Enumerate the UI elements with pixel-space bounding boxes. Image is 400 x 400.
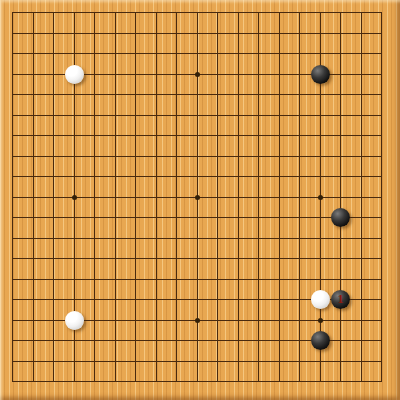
star-point [64,187,85,208]
star-point-dot [72,195,77,200]
white-stone [65,311,84,330]
star-point-dot [318,318,323,323]
intersection-Q16 [310,64,331,85]
intersection-R9 [330,207,351,228]
intersection-D4 [64,310,85,331]
star-point [310,310,331,331]
star-point-dot [195,195,200,200]
intersection-R5: 1 [330,289,351,310]
intersection-Q3 [310,330,331,351]
go-board[interactable]: 1 [0,0,400,400]
black-stone: 1 [331,290,350,309]
stones-layer: 1 [2,2,392,392]
star-point [310,187,331,208]
intersection-D16 [64,64,85,85]
move-number-label: 1 [331,290,350,309]
black-stone [311,331,330,350]
white-stone [311,290,330,309]
star-point-dot [318,195,323,200]
star-point [187,64,208,85]
star-point [187,310,208,331]
white-stone [65,65,84,84]
star-point [187,187,208,208]
black-stone [311,65,330,84]
black-stone [331,208,350,227]
screenshot-root: 1 [0,0,400,400]
star-point-dot [195,72,200,77]
star-point-dot [195,318,200,323]
intersection-Q5 [310,289,331,310]
